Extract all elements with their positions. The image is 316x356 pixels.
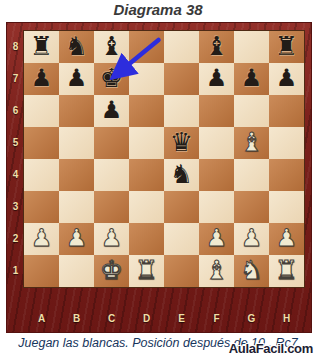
piece-white-knight: ♞: [240, 257, 263, 283]
piece-black-knight: ♞: [65, 33, 88, 59]
square-b3[interactable]: [59, 191, 94, 223]
square-a4[interactable]: [24, 159, 59, 191]
piece-white-king: ♚: [100, 257, 123, 283]
diagram-title: Diagrama 38: [0, 1, 316, 18]
square-b7[interactable]: ♟: [59, 63, 94, 95]
square-c2[interactable]: ♟: [94, 223, 129, 255]
square-e3[interactable]: [164, 191, 199, 223]
piece-white-pawn: ♟: [206, 226, 228, 250]
square-h1[interactable]: ♜: [269, 255, 304, 287]
rank-label-5: 5: [9, 127, 22, 159]
square-h2[interactable]: ♟: [269, 223, 304, 255]
square-d8[interactable]: [129, 31, 164, 63]
file-label-h: H: [269, 313, 304, 324]
piece-white-bishop: ♝: [240, 129, 263, 155]
square-g1[interactable]: ♞: [234, 255, 269, 287]
square-d7[interactable]: [129, 63, 164, 95]
square-a2[interactable]: ♟: [24, 223, 59, 255]
square-c1[interactable]: ♚: [94, 255, 129, 287]
square-c7[interactable]: ♚: [94, 63, 129, 95]
square-b6[interactable]: [59, 95, 94, 127]
square-h7[interactable]: ♟: [269, 63, 304, 95]
piece-white-rook: ♜: [135, 257, 158, 283]
square-g4[interactable]: [234, 159, 269, 191]
rank-label-3: 3: [9, 191, 22, 223]
square-a1[interactable]: [24, 255, 59, 287]
piece-black-pawn: ♟: [101, 98, 123, 122]
piece-white-rook: ♜: [275, 257, 298, 283]
piece-black-king: ♚: [100, 65, 123, 91]
file-label-e: E: [164, 313, 199, 324]
square-d6[interactable]: [129, 95, 164, 127]
board-frame: 87654321 ♜♞♝♝♜♟♟♚♟♟♟♟♛♝♞♟♟♟♟♟♟♚♜♝♞♜ ABCD…: [6, 22, 312, 333]
square-e5[interactable]: ♛: [164, 127, 199, 159]
file-labels: ABCDEFGH: [24, 313, 304, 324]
rank-label-1: 1: [9, 255, 22, 287]
square-c5[interactable]: [94, 127, 129, 159]
square-b8[interactable]: ♞: [59, 31, 94, 63]
rank-label-8: 8: [9, 31, 22, 63]
square-g5[interactable]: ♝: [234, 127, 269, 159]
square-h3[interactable]: [269, 191, 304, 223]
piece-black-pawn: ♟: [31, 66, 53, 90]
square-g3[interactable]: [234, 191, 269, 223]
piece-black-bishop: ♝: [100, 33, 123, 59]
piece-black-pawn: ♟: [276, 66, 298, 90]
square-f6[interactable]: [199, 95, 234, 127]
square-f5[interactable]: [199, 127, 234, 159]
piece-black-queen: ♛: [170, 129, 193, 155]
square-f8[interactable]: ♝: [199, 31, 234, 63]
piece-white-pawn: ♟: [101, 226, 123, 250]
square-b5[interactable]: [59, 127, 94, 159]
file-label-a: A: [24, 313, 59, 324]
rank-label-6: 6: [9, 95, 22, 127]
square-e6[interactable]: [164, 95, 199, 127]
square-a3[interactable]: [24, 191, 59, 223]
file-label-d: D: [129, 313, 164, 324]
square-d4[interactable]: [129, 159, 164, 191]
piece-black-knight: ♞: [170, 161, 193, 187]
square-d2[interactable]: [129, 223, 164, 255]
square-f3[interactable]: [199, 191, 234, 223]
piece-black-rook: ♜: [30, 33, 53, 59]
square-e2[interactable]: [164, 223, 199, 255]
piece-white-pawn: ♟: [31, 226, 53, 250]
piece-black-rook: ♜: [275, 33, 298, 59]
watermark: AulaFacil.com: [229, 341, 313, 356]
square-h4[interactable]: [269, 159, 304, 191]
square-d5[interactable]: [129, 127, 164, 159]
square-c8[interactable]: ♝: [94, 31, 129, 63]
square-g2[interactable]: ♟: [234, 223, 269, 255]
square-h6[interactable]: [269, 95, 304, 127]
square-d1[interactable]: ♜: [129, 255, 164, 287]
piece-black-bishop: ♝: [205, 33, 228, 59]
square-c6[interactable]: ♟: [94, 95, 129, 127]
file-label-f: F: [199, 313, 234, 324]
square-e4[interactable]: ♞: [164, 159, 199, 191]
piece-black-pawn: ♟: [241, 66, 263, 90]
square-b4[interactable]: [59, 159, 94, 191]
chess-board: ♜♞♝♝♜♟♟♚♟♟♟♟♛♝♞♟♟♟♟♟♟♚♜♝♞♜: [24, 31, 304, 287]
piece-white-pawn: ♟: [276, 226, 298, 250]
square-a5[interactable]: [24, 127, 59, 159]
square-h5[interactable]: [269, 127, 304, 159]
square-a7[interactable]: ♟: [24, 63, 59, 95]
piece-white-pawn: ♟: [241, 226, 263, 250]
piece-black-pawn: ♟: [206, 66, 228, 90]
square-c3[interactable]: [94, 191, 129, 223]
diagram-page: Diagrama 38 87654321 ♜♞♝♝♜♟♟♚♟♟♟♟♛♝♞♟♟♟♟…: [0, 0, 316, 356]
square-b2[interactable]: ♟: [59, 223, 94, 255]
rank-label-4: 4: [9, 159, 22, 191]
square-d3[interactable]: [129, 191, 164, 223]
square-a6[interactable]: [24, 95, 59, 127]
square-f7[interactable]: ♟: [199, 63, 234, 95]
square-h8[interactable]: ♜: [269, 31, 304, 63]
square-a8[interactable]: ♜: [24, 31, 59, 63]
rank-label-7: 7: [9, 63, 22, 95]
square-e7[interactable]: [164, 63, 199, 95]
square-c4[interactable]: [94, 159, 129, 191]
file-label-b: B: [59, 313, 94, 324]
file-label-c: C: [94, 313, 129, 324]
file-label-g: G: [234, 313, 269, 324]
piece-white-pawn: ♟: [66, 226, 88, 250]
square-b1[interactable]: [59, 255, 94, 287]
square-e1[interactable]: [164, 255, 199, 287]
square-g7[interactable]: ♟: [234, 63, 269, 95]
square-f4[interactable]: [199, 159, 234, 191]
square-e8[interactable]: [164, 31, 199, 63]
piece-white-bishop: ♝: [205, 257, 228, 283]
square-f2[interactable]: ♟: [199, 223, 234, 255]
square-g6[interactable]: [234, 95, 269, 127]
square-f1[interactable]: ♝: [199, 255, 234, 287]
square-g8[interactable]: [234, 31, 269, 63]
piece-black-pawn: ♟: [66, 66, 88, 90]
caption-row: Juegan las blancas. Posición después de …: [0, 334, 316, 356]
rank-labels: 87654321: [9, 31, 22, 287]
rank-label-2: 2: [9, 223, 22, 255]
